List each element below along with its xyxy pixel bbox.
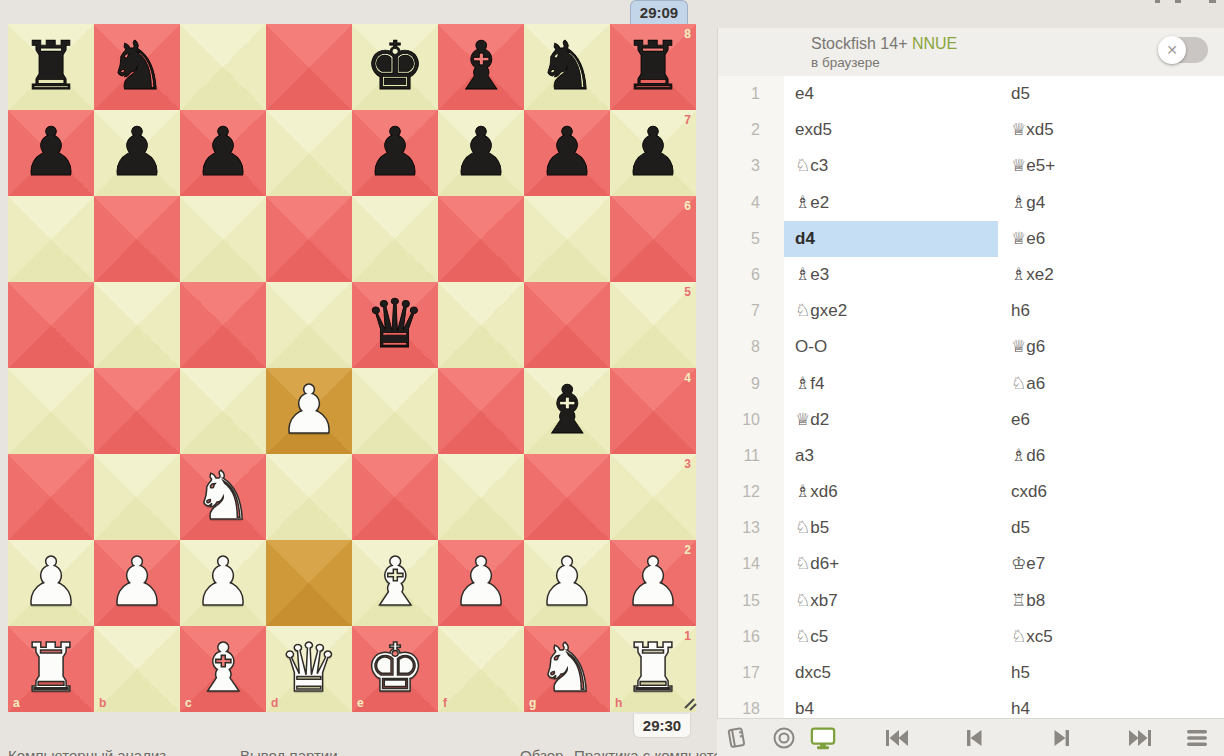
page: { "game": "chess", "position": { "fen": … bbox=[0, 0, 1224, 756]
rank-label-3: 3 bbox=[684, 457, 691, 471]
black-clock: 29:09 bbox=[630, 0, 688, 24]
skip-first-icon[interactable] bbox=[883, 725, 911, 751]
move-row-12: 12♗xd6cxd6 bbox=[718, 474, 1224, 510]
piece-white-pawn[interactable]: ♟ bbox=[8, 540, 94, 626]
piece-white-knight[interactable]: ♞ bbox=[180, 454, 266, 540]
move-white-1[interactable]: e4 bbox=[784, 76, 998, 112]
move-white-2[interactable]: exd5 bbox=[784, 112, 998, 148]
square-g4[interactable]: ♝ bbox=[524, 368, 610, 454]
move-row-18: 18b4h4 bbox=[718, 691, 1224, 718]
square-g6[interactable] bbox=[524, 196, 610, 282]
move-number: 10 bbox=[718, 402, 784, 438]
piece-black-pawn[interactable]: ♟ bbox=[8, 110, 94, 196]
move-white-16[interactable]: ♘c5 bbox=[784, 619, 998, 655]
move-black-15[interactable]: ♖b8 bbox=[998, 583, 1224, 619]
square-g1[interactable]: ♞g bbox=[524, 626, 610, 712]
square-c1[interactable]: ♝c bbox=[180, 626, 266, 712]
square-g7[interactable]: ♟ bbox=[524, 110, 610, 196]
move-white-8[interactable]: O-O bbox=[784, 329, 998, 365]
move-row-7: 7♘gxe2h6 bbox=[718, 293, 1224, 329]
piece-black-bishop[interactable]: ♝ bbox=[438, 24, 524, 110]
move-row-15: 15♘xb7♖b8 bbox=[718, 583, 1224, 619]
move-number: 1 bbox=[718, 76, 784, 112]
engine-toggle-knob[interactable]: ✕ bbox=[1158, 36, 1186, 64]
engine-name: Stockfish 14+ bbox=[811, 35, 908, 52]
move-black-16[interactable]: ♘xc5 bbox=[998, 619, 1224, 655]
book-icon[interactable] bbox=[723, 725, 751, 751]
toolbar bbox=[717, 718, 1224, 756]
move-white-4[interactable]: ♗e2 bbox=[784, 185, 998, 221]
piece-white-queen[interactable]: ♛ bbox=[266, 626, 352, 712]
chess-board[interactable]: ♜♞♚♝♞♜8♟♟♟♟♟♟♟76♛5♟♝4♞3♟♟♟♝♟♟♟2♜ab♝c♛d♚e… bbox=[8, 24, 696, 712]
move-black-9[interactable]: ♘a6 bbox=[998, 366, 1224, 402]
piece-black-pawn[interactable]: ♟ bbox=[524, 110, 610, 196]
move-black-4[interactable]: ♗g4 bbox=[998, 185, 1224, 221]
square-b5[interactable] bbox=[94, 282, 180, 368]
square-a5[interactable] bbox=[8, 282, 94, 368]
move-white-5[interactable]: d4 bbox=[784, 221, 998, 257]
move-number: 11 bbox=[718, 438, 784, 474]
move-row-13: 13♘b5d5 bbox=[718, 510, 1224, 546]
piece-white-pawn[interactable]: ♟ bbox=[94, 540, 180, 626]
move-number: 15 bbox=[718, 583, 784, 619]
move-white-15[interactable]: ♘xb7 bbox=[784, 583, 998, 619]
move-row-10: 10♕d2e6 bbox=[718, 402, 1224, 438]
move-row-9: 9♗f4♘a6 bbox=[718, 366, 1224, 402]
move-black-5[interactable]: ♕e6 bbox=[998, 221, 1224, 257]
file-label-f: f bbox=[443, 696, 447, 710]
move-black-2[interactable]: ♕xd5 bbox=[998, 112, 1224, 148]
move-white-12[interactable]: ♗xd6 bbox=[784, 474, 998, 510]
move-number: 12 bbox=[718, 474, 784, 510]
move-white-14[interactable]: ♘d6+ bbox=[784, 546, 998, 582]
move-white-6[interactable]: ♗e3 bbox=[784, 257, 998, 293]
move-number: 7 bbox=[718, 293, 784, 329]
move-row-2: 2exd5♕xd5 bbox=[718, 112, 1224, 148]
target-icon[interactable] bbox=[770, 725, 798, 751]
move-black-1[interactable]: d5 bbox=[998, 76, 1224, 112]
move-white-13[interactable]: ♘b5 bbox=[784, 510, 998, 546]
move-black-17[interactable]: h5 bbox=[998, 655, 1224, 691]
bottom-tab[interactable]: Вывод партии bbox=[240, 747, 338, 756]
move-number: 4 bbox=[718, 185, 784, 221]
square-e1[interactable]: ♚e bbox=[352, 626, 438, 712]
white-clock: 29:30 bbox=[633, 714, 691, 738]
cutoff-toolbar-mark bbox=[1209, 0, 1216, 3]
square-h4[interactable]: 4 bbox=[610, 368, 696, 454]
square-d5[interactable] bbox=[266, 282, 352, 368]
square-h3[interactable]: 3 bbox=[610, 454, 696, 540]
rank-label-4: 4 bbox=[684, 371, 691, 385]
square-g5[interactable] bbox=[524, 282, 610, 368]
move-number: 8 bbox=[718, 329, 784, 365]
board-resize-handle[interactable] bbox=[681, 695, 697, 711]
square-b7[interactable]: ♟ bbox=[94, 110, 180, 196]
previous-move-icon[interactable] bbox=[960, 725, 988, 751]
square-d7[interactable] bbox=[266, 110, 352, 196]
move-black-12[interactable]: cxd6 bbox=[998, 474, 1224, 510]
engine-subtitle: в браузере bbox=[811, 55, 880, 70]
move-black-14[interactable]: ♔e7 bbox=[998, 546, 1224, 582]
rank-label-6: 6 bbox=[684, 199, 691, 213]
piece-white-bishop[interactable]: ♝ bbox=[352, 540, 438, 626]
square-a7[interactable]: ♟ bbox=[8, 110, 94, 196]
square-h7[interactable]: ♟7 bbox=[610, 110, 696, 196]
square-d2[interactable] bbox=[266, 540, 352, 626]
engine-nnue-badge: NNUE bbox=[912, 35, 957, 52]
move-number: 14 bbox=[718, 546, 784, 582]
piece-white-rook[interactable]: ♜ bbox=[8, 626, 94, 712]
square-h6[interactable]: 6 bbox=[610, 196, 696, 282]
next-move-icon[interactable] bbox=[1048, 725, 1076, 751]
square-f8[interactable]: ♝ bbox=[438, 24, 524, 110]
move-black-3[interactable]: ♕e5+ bbox=[998, 148, 1224, 184]
square-a6[interactable] bbox=[8, 196, 94, 282]
move-black-18[interactable]: h4 bbox=[998, 691, 1224, 718]
square-h8[interactable]: ♜8 bbox=[610, 24, 696, 110]
square-e2[interactable]: ♝ bbox=[352, 540, 438, 626]
move-white-9[interactable]: ♗f4 bbox=[784, 366, 998, 402]
piece-white-pawn[interactable]: ♟ bbox=[266, 368, 352, 454]
piece-white-bishop[interactable]: ♝ bbox=[180, 626, 266, 712]
piece-black-rook[interactable]: ♜ bbox=[8, 24, 94, 110]
move-white-11[interactable]: a3 bbox=[784, 438, 998, 474]
move-black-11[interactable]: ♗d6 bbox=[998, 438, 1224, 474]
menu-icon[interactable] bbox=[1183, 725, 1211, 751]
square-a8[interactable]: ♜ bbox=[8, 24, 94, 110]
move-black-10[interactable]: e6 bbox=[998, 402, 1224, 438]
engine-title: Stockfish 14+ NNUE bbox=[811, 35, 957, 53]
move-black-7[interactable]: h6 bbox=[998, 293, 1224, 329]
square-g3[interactable] bbox=[524, 454, 610, 540]
move-white-7[interactable]: ♘gxe2 bbox=[784, 293, 998, 329]
square-e6[interactable] bbox=[352, 196, 438, 282]
move-row-1: 1e4d5 bbox=[718, 76, 1224, 112]
square-a3[interactable] bbox=[8, 454, 94, 540]
piece-black-knight[interactable]: ♞ bbox=[94, 24, 180, 110]
square-b2[interactable]: ♟ bbox=[94, 540, 180, 626]
piece-black-bishop[interactable]: ♝ bbox=[524, 368, 610, 454]
square-b1[interactable]: b bbox=[94, 626, 180, 712]
square-b8[interactable]: ♞ bbox=[94, 24, 180, 110]
bottom-tabs: Компьютерный анализВывод партииОбзорПрак… bbox=[0, 747, 700, 756]
square-d8[interactable] bbox=[266, 24, 352, 110]
move-white-3[interactable]: ♘c3 bbox=[784, 148, 998, 184]
move-number: 18 bbox=[718, 691, 784, 718]
square-c4[interactable] bbox=[180, 368, 266, 454]
move-row-4: 4♗e2♗g4 bbox=[718, 185, 1224, 221]
piece-black-queen[interactable]: ♛ bbox=[352, 282, 438, 368]
square-e4[interactable] bbox=[352, 368, 438, 454]
file-label-b: b bbox=[99, 696, 106, 710]
square-a2[interactable]: ♟ bbox=[8, 540, 94, 626]
bottom-tab[interactable]: Компьютерный анализ bbox=[8, 747, 166, 756]
piece-white-pawn[interactable]: ♟ bbox=[524, 540, 610, 626]
square-f6[interactable] bbox=[438, 196, 524, 282]
piece-white-pawn[interactable]: ♟ bbox=[610, 540, 696, 626]
move-row-6: 6♗e3♗xe2 bbox=[718, 257, 1224, 293]
square-c7[interactable]: ♟ bbox=[180, 110, 266, 196]
analysis-board-icon[interactable] bbox=[809, 725, 837, 751]
move-black-13[interactable]: d5 bbox=[998, 510, 1224, 546]
square-c6[interactable] bbox=[180, 196, 266, 282]
bottom-tab[interactable]: Обзор bbox=[520, 747, 563, 756]
engine-header: Stockfish 14+ NNUE в браузере ✕ bbox=[718, 28, 1224, 76]
move-white-17[interactable]: dxc5 bbox=[784, 655, 998, 691]
piece-black-pawn[interactable]: ♟ bbox=[94, 110, 180, 196]
move-number: 13 bbox=[718, 510, 784, 546]
move-row-11: 11a3♗d6 bbox=[718, 438, 1224, 474]
move-row-16: 16♘c5♘xc5 bbox=[718, 619, 1224, 655]
move-black-6[interactable]: ♗xe2 bbox=[998, 257, 1224, 293]
cutoff-toolbar-mark bbox=[1175, 0, 1181, 3]
skip-last-icon[interactable] bbox=[1126, 725, 1154, 751]
square-b3[interactable] bbox=[94, 454, 180, 540]
square-d1[interactable]: ♛d bbox=[266, 626, 352, 712]
piece-black-pawn[interactable]: ♟ bbox=[610, 110, 696, 196]
move-number: 16 bbox=[718, 619, 784, 655]
piece-black-pawn[interactable]: ♟ bbox=[352, 110, 438, 196]
square-g2[interactable]: ♟ bbox=[524, 540, 610, 626]
square-e3[interactable] bbox=[352, 454, 438, 540]
move-number: 17 bbox=[718, 655, 784, 691]
square-b6[interactable] bbox=[94, 196, 180, 282]
square-c8[interactable] bbox=[180, 24, 266, 110]
piece-black-king[interactable]: ♚ bbox=[352, 24, 438, 110]
engine-toggle[interactable]: ✕ bbox=[1160, 37, 1208, 63]
square-f5[interactable] bbox=[438, 282, 524, 368]
square-h5[interactable]: 5 bbox=[610, 282, 696, 368]
move-row-8: 8O-O♕g6 bbox=[718, 329, 1224, 365]
move-number: 2 bbox=[718, 112, 784, 148]
square-b4[interactable] bbox=[94, 368, 180, 454]
square-d3[interactable] bbox=[266, 454, 352, 540]
move-number: 3 bbox=[718, 148, 784, 184]
move-list: 1e4d52exd5♕xd53♘c3♕e5+4♗e2♗g45d4♕e66♗e3♗… bbox=[718, 76, 1224, 718]
square-d4[interactable]: ♟ bbox=[266, 368, 352, 454]
piece-white-knight[interactable]: ♞ bbox=[524, 626, 610, 712]
square-e5[interactable]: ♛ bbox=[352, 282, 438, 368]
cutoff-toolbar-mark bbox=[1155, 0, 1160, 3]
move-number: 9 bbox=[718, 366, 784, 402]
square-d6[interactable] bbox=[266, 196, 352, 282]
move-number: 6 bbox=[718, 257, 784, 293]
piece-black-pawn[interactable]: ♟ bbox=[438, 110, 524, 196]
move-white-10[interactable]: ♕d2 bbox=[784, 402, 998, 438]
piece-black-pawn[interactable]: ♟ bbox=[180, 110, 266, 196]
square-f2[interactable]: ♟ bbox=[438, 540, 524, 626]
move-row-5: 5d4♕e6 bbox=[718, 221, 1224, 257]
square-c2[interactable]: ♟ bbox=[180, 540, 266, 626]
square-f7[interactable]: ♟ bbox=[438, 110, 524, 196]
move-black-8[interactable]: ♕g6 bbox=[998, 329, 1224, 365]
square-f4[interactable] bbox=[438, 368, 524, 454]
square-c5[interactable] bbox=[180, 282, 266, 368]
move-row-3: 3♘c3♕e5+ bbox=[718, 148, 1224, 184]
analysis-panel: Stockfish 14+ NNUE в браузере ✕ 1e4d52ex… bbox=[717, 28, 1224, 756]
square-c3[interactable]: ♞ bbox=[180, 454, 266, 540]
move-number: 5 bbox=[718, 221, 784, 257]
square-f3[interactable] bbox=[438, 454, 524, 540]
rank-label-5: 5 bbox=[684, 285, 691, 299]
square-a1[interactable]: ♜a bbox=[8, 626, 94, 712]
move-white-18[interactable]: b4 bbox=[784, 691, 998, 718]
piece-white-pawn[interactable]: ♟ bbox=[438, 540, 524, 626]
square-a4[interactable] bbox=[8, 368, 94, 454]
square-f1[interactable]: f bbox=[438, 626, 524, 712]
piece-white-pawn[interactable]: ♟ bbox=[180, 540, 266, 626]
square-g8[interactable]: ♞ bbox=[524, 24, 610, 110]
move-row-14: 14♘d6+♔e7 bbox=[718, 546, 1224, 582]
piece-black-knight[interactable]: ♞ bbox=[524, 24, 610, 110]
square-e7[interactable]: ♟ bbox=[352, 110, 438, 196]
piece-white-king[interactable]: ♚ bbox=[352, 626, 438, 712]
move-row-17: 17dxc5h5 bbox=[718, 655, 1224, 691]
piece-black-rook[interactable]: ♜ bbox=[610, 24, 696, 110]
square-e8[interactable]: ♚ bbox=[352, 24, 438, 110]
square-h2[interactable]: ♟2 bbox=[610, 540, 696, 626]
